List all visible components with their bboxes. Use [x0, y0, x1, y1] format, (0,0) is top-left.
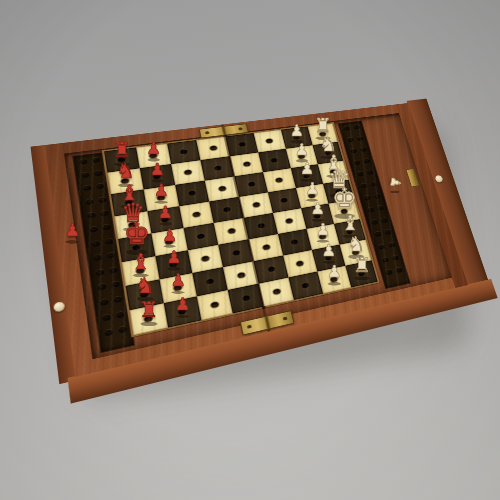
storage-peg-hole	[381, 257, 388, 263]
storage-peg-hole	[100, 210, 108, 216]
storage-peg-hole	[370, 182, 377, 187]
storage-peg-hole	[367, 207, 374, 212]
peg-hole	[188, 190, 196, 196]
peg-hole	[252, 202, 260, 208]
rook-glyph: ♜	[353, 255, 371, 275]
storage-peg-hole	[109, 267, 118, 274]
storage-peg-hole	[392, 255, 399, 261]
storage-peg-hole	[79, 159, 87, 165]
photo-stage: Antique folding travel chess set with pe…	[0, 0, 500, 500]
peg-hole	[214, 166, 222, 171]
storage-peg-hole	[381, 217, 388, 222]
pawn-glyph: ♟	[290, 123, 304, 139]
storage-peg-hole	[83, 185, 91, 191]
peg-hole	[193, 212, 201, 218]
pawn-glyph: ♟	[166, 249, 181, 266]
pawn-glyph: ♟	[162, 227, 177, 244]
peg-hole	[262, 244, 270, 250]
bishop-glyph: ♝	[341, 213, 359, 233]
piece-shadow	[65, 240, 79, 244]
storage-peg-hole	[350, 149, 357, 154]
pawn-glyph: ♟	[295, 142, 309, 158]
peg-hole	[242, 295, 250, 302]
peg-hole	[266, 138, 273, 143]
storage-peg-hole	[346, 137, 353, 142]
knight-glyph: ♞	[347, 234, 365, 254]
rook-glyph: ♜	[139, 299, 158, 321]
pawn-glyph: ♟	[321, 243, 336, 259]
peg-hole	[211, 302, 219, 309]
storage-peg-hole	[396, 267, 403, 273]
peg-hole	[238, 142, 245, 147]
peg-hole	[291, 239, 299, 245]
storage-peg-hole	[98, 197, 106, 203]
piece-shadow	[390, 190, 400, 193]
storage-peg-hole	[87, 213, 95, 219]
pawn-glyph: ♟	[65, 222, 80, 239]
storage-peg-hole	[367, 170, 374, 175]
peg-hole	[197, 233, 205, 239]
storage-peg-hole	[89, 226, 98, 232]
storage-peg-hole	[102, 224, 110, 230]
storage-peg-hole	[107, 252, 116, 258]
brass-clasp	[406, 168, 420, 187]
peg-hole	[223, 207, 231, 213]
storage-peg-hole	[363, 159, 370, 164]
peg-hole	[296, 261, 304, 267]
peg-hole	[237, 272, 245, 278]
storage-peg-hole	[104, 329, 113, 336]
storage-peg-hole	[105, 238, 114, 244]
storage-peg-hole	[377, 205, 384, 210]
rook-glyph: ♜	[113, 140, 132, 161]
peg-hole	[206, 278, 214, 284]
pawn-glyph: ♟	[171, 272, 186, 289]
peg-hole	[271, 158, 278, 163]
storage-peg-hole	[356, 172, 363, 177]
piece-shadow	[140, 321, 158, 326]
storage-peg-hole	[99, 299, 108, 306]
pawn-glyph: ♟	[388, 176, 402, 189]
peg-hole	[257, 223, 265, 229]
peg-hole	[302, 282, 310, 288]
storage-peg-hole	[360, 183, 367, 188]
pawn-glyph: ♟	[154, 183, 169, 200]
storage-peg-hole	[111, 281, 120, 288]
storage-peg-hole	[93, 255, 102, 262]
peg-hole	[201, 256, 209, 262]
peg-hole	[184, 170, 192, 175]
storage-peg-hole	[81, 172, 89, 178]
storage-peg-hole	[92, 157, 100, 163]
pawn-glyph: ♟	[305, 181, 319, 197]
storage-peg-hole	[91, 241, 100, 247]
square-h3[interactable]	[196, 290, 233, 320]
storage-peg-hole	[374, 193, 381, 198]
bishop-glyph: ♝	[131, 251, 150, 272]
storage-peg-hole	[95, 269, 104, 276]
storage-peg-hole	[384, 230, 391, 236]
piece-shadow	[328, 282, 341, 286]
storage-peg-hole	[378, 244, 385, 250]
pawn-glyph: ♟	[327, 264, 342, 280]
peg-hole	[276, 177, 283, 182]
storage-peg-hole	[357, 136, 364, 141]
pawn-glyph: ♟	[146, 141, 161, 157]
storage-peg-hole	[343, 126, 350, 131]
caption: Antique folding travel chess set with pe…	[0, 0, 1, 1]
storage-peg-hole	[96, 184, 104, 190]
pawn-glyph: ♟	[150, 162, 165, 179]
pawn-glyph: ♟	[158, 204, 173, 221]
pawn-glyph: ♟	[300, 161, 314, 177]
storage-peg-hole	[114, 296, 123, 303]
storage-peg-hole	[85, 199, 93, 205]
knight-glyph: ♞	[135, 275, 154, 297]
piece-shadow	[176, 314, 190, 318]
pawn-glyph: ♟	[316, 222, 331, 238]
king-glyph: ♚	[124, 219, 151, 249]
storage-peg-hole	[374, 232, 381, 238]
storage-peg-hole	[388, 242, 395, 248]
storage-peg-hole	[353, 125, 360, 130]
peg-hole	[180, 149, 188, 154]
storage-peg-hole	[102, 314, 111, 321]
storage-peg-hole	[370, 219, 377, 224]
peg-hole	[218, 186, 226, 192]
storage-peg-hole	[385, 270, 392, 276]
storage-peg-hole	[116, 311, 125, 318]
storage-peg-hole	[363, 195, 370, 200]
peg-hole	[281, 198, 288, 203]
knight-glyph: ♞	[116, 161, 135, 182]
peg-hole	[267, 266, 275, 272]
peg-hole	[243, 162, 250, 167]
peg-hole	[227, 228, 235, 234]
storage-peg-hole	[118, 326, 127, 333]
peg-hole	[286, 218, 294, 224]
king-glyph: ♚	[332, 185, 357, 213]
pawn-glyph: ♟	[310, 201, 324, 217]
storage-peg-hole	[360, 147, 367, 152]
peg-hole	[247, 182, 255, 187]
storage-peg-hole	[94, 170, 102, 176]
storage-peg-hole	[353, 160, 360, 165]
peg-hole	[232, 250, 240, 256]
peg-hole	[210, 146, 218, 151]
storage-peg-hole	[97, 284, 106, 291]
pawn-glyph: ♟	[175, 296, 190, 313]
peg-hole	[272, 289, 280, 295]
